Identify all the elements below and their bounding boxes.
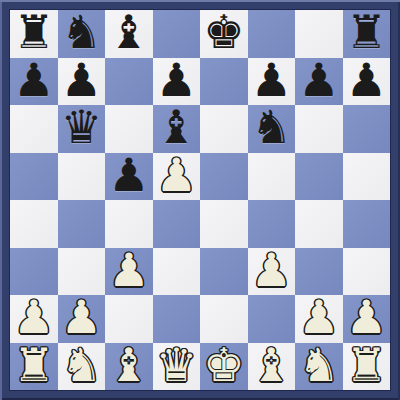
square-b2[interactable]: ♟ — [58, 295, 106, 343]
square-b3[interactable] — [58, 248, 106, 296]
white-pawn-c3[interactable]: ♟ — [108, 248, 149, 294]
white-knight-b1[interactable]: ♞ — [61, 343, 102, 389]
square-d3[interactable] — [153, 248, 201, 296]
square-e7[interactable] — [200, 58, 248, 106]
chess-board[interactable]: ♜♞♝♚♜♟♟♟♟♟♟♛♝♞♟♟♟♟♟♟♟♟♜♞♝♛♚♝♞♜ — [10, 10, 390, 390]
black-knight-b8[interactable]: ♞ — [61, 10, 102, 56]
square-b1[interactable]: ♞ — [58, 343, 106, 391]
square-f5[interactable] — [248, 153, 296, 201]
square-g5[interactable] — [295, 153, 343, 201]
square-c5[interactable]: ♟ — [105, 153, 153, 201]
square-h8[interactable]: ♜ — [343, 10, 391, 58]
square-e5[interactable] — [200, 153, 248, 201]
square-e6[interactable] — [200, 105, 248, 153]
square-f8[interactable] — [248, 10, 296, 58]
square-d8[interactable] — [153, 10, 201, 58]
square-h6[interactable] — [343, 105, 391, 153]
white-pawn-b2[interactable]: ♟ — [61, 295, 102, 341]
black-pawn-b7[interactable]: ♟ — [61, 58, 102, 104]
square-c7[interactable] — [105, 58, 153, 106]
black-king-e8[interactable]: ♚ — [203, 10, 244, 56]
white-pawn-f3[interactable]: ♟ — [251, 248, 292, 294]
black-pawn-c5[interactable]: ♟ — [108, 153, 149, 199]
white-pawn-d5[interactable]: ♟ — [156, 153, 197, 199]
square-b7[interactable]: ♟ — [58, 58, 106, 106]
black-pawn-h7[interactable]: ♟ — [346, 58, 387, 104]
square-a5[interactable] — [10, 153, 58, 201]
chess-board-frame: ♜♞♝♚♜♟♟♟♟♟♟♛♝♞♟♟♟♟♟♟♟♟♜♞♝♛♚♝♞♜ — [0, 0, 400, 400]
white-pawn-a2[interactable]: ♟ — [13, 295, 54, 341]
square-h3[interactable] — [343, 248, 391, 296]
square-b5[interactable] — [58, 153, 106, 201]
square-a8[interactable]: ♜ — [10, 10, 58, 58]
square-h1[interactable]: ♜ — [343, 343, 391, 391]
square-h5[interactable] — [343, 153, 391, 201]
square-f7[interactable]: ♟ — [248, 58, 296, 106]
white-rook-a1[interactable]: ♜ — [13, 343, 54, 389]
square-e8[interactable]: ♚ — [200, 10, 248, 58]
square-f2[interactable] — [248, 295, 296, 343]
square-c3[interactable]: ♟ — [105, 248, 153, 296]
square-f3[interactable]: ♟ — [248, 248, 296, 296]
white-pawn-h2[interactable]: ♟ — [346, 295, 387, 341]
square-g4[interactable] — [295, 200, 343, 248]
square-b8[interactable]: ♞ — [58, 10, 106, 58]
square-a1[interactable]: ♜ — [10, 343, 58, 391]
black-queen-b6[interactable]: ♛ — [61, 105, 102, 151]
square-g3[interactable] — [295, 248, 343, 296]
black-knight-f6[interactable]: ♞ — [251, 105, 292, 151]
black-pawn-a7[interactable]: ♟ — [13, 58, 54, 104]
black-pawn-d7[interactable]: ♟ — [156, 58, 197, 104]
square-d2[interactable] — [153, 295, 201, 343]
square-g2[interactable]: ♟ — [295, 295, 343, 343]
square-h4[interactable] — [343, 200, 391, 248]
square-h7[interactable]: ♟ — [343, 58, 391, 106]
square-d5[interactable]: ♟ — [153, 153, 201, 201]
white-bishop-f1[interactable]: ♝ — [251, 343, 292, 389]
square-c2[interactable] — [105, 295, 153, 343]
black-pawn-f7[interactable]: ♟ — [251, 58, 292, 104]
square-g8[interactable] — [295, 10, 343, 58]
square-d4[interactable] — [153, 200, 201, 248]
square-h2[interactable]: ♟ — [343, 295, 391, 343]
square-e3[interactable] — [200, 248, 248, 296]
white-king-e1[interactable]: ♚ — [203, 343, 244, 389]
square-a3[interactable] — [10, 248, 58, 296]
square-a2[interactable]: ♟ — [10, 295, 58, 343]
black-rook-a8[interactable]: ♜ — [13, 10, 54, 56]
square-c4[interactable] — [105, 200, 153, 248]
white-queen-d1[interactable]: ♛ — [156, 343, 197, 389]
square-a6[interactable] — [10, 105, 58, 153]
square-e4[interactable] — [200, 200, 248, 248]
square-f4[interactable] — [248, 200, 296, 248]
white-rook-h1[interactable]: ♜ — [346, 343, 387, 389]
white-pawn-g2[interactable]: ♟ — [298, 295, 339, 341]
black-rook-h8[interactable]: ♜ — [346, 10, 387, 56]
black-bishop-c8[interactable]: ♝ — [108, 10, 149, 56]
black-pawn-g7[interactable]: ♟ — [298, 58, 339, 104]
square-c1[interactable]: ♝ — [105, 343, 153, 391]
black-bishop-d6[interactable]: ♝ — [156, 105, 197, 151]
square-g1[interactable]: ♞ — [295, 343, 343, 391]
square-d1[interactable]: ♛ — [153, 343, 201, 391]
square-g6[interactable] — [295, 105, 343, 153]
square-g7[interactable]: ♟ — [295, 58, 343, 106]
square-e2[interactable] — [200, 295, 248, 343]
square-c8[interactable]: ♝ — [105, 10, 153, 58]
white-bishop-c1[interactable]: ♝ — [108, 343, 149, 389]
square-b6[interactable]: ♛ — [58, 105, 106, 153]
square-b4[interactable] — [58, 200, 106, 248]
square-a7[interactable]: ♟ — [10, 58, 58, 106]
square-d7[interactable]: ♟ — [153, 58, 201, 106]
white-knight-g1[interactable]: ♞ — [298, 343, 339, 389]
square-a4[interactable] — [10, 200, 58, 248]
square-d6[interactable]: ♝ — [153, 105, 201, 153]
square-f6[interactable]: ♞ — [248, 105, 296, 153]
square-e1[interactable]: ♚ — [200, 343, 248, 391]
square-f1[interactable]: ♝ — [248, 343, 296, 391]
square-c6[interactable] — [105, 105, 153, 153]
